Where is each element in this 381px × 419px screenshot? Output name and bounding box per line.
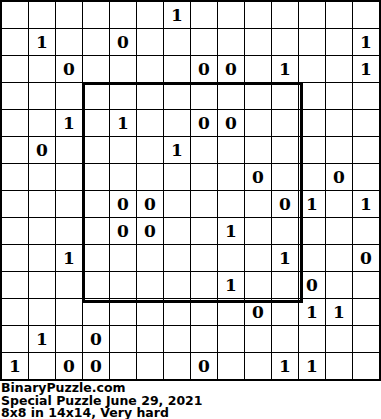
cell-r7c5[interactable] <box>110 164 136 190</box>
cell-r8c1[interactable] <box>2 191 28 217</box>
cell-r8c12: 1 <box>299 191 325 217</box>
cell-r6c6[interactable] <box>137 137 163 163</box>
cell-r12c1[interactable] <box>2 299 28 325</box>
cell-r14c8: 0 <box>191 353 217 379</box>
cell-r12c12: 1 <box>299 299 325 325</box>
cell-r11c4[interactable] <box>83 272 109 298</box>
cell-r4c7[interactable] <box>164 83 190 109</box>
cell-r4c5[interactable] <box>110 83 136 109</box>
cell-r4c12[interactable] <box>299 83 325 109</box>
cell-r8c10[interactable] <box>245 191 271 217</box>
cell-r13c5[interactable] <box>110 326 136 352</box>
cell-r13c4: 0 <box>83 326 109 352</box>
cell-r1c1[interactable] <box>2 2 28 28</box>
cell-r7c9[interactable] <box>218 164 244 190</box>
cell-r11c7[interactable] <box>164 272 190 298</box>
cell-r4c4[interactable] <box>83 83 109 109</box>
cell-r8c7[interactable] <box>164 191 190 217</box>
cell-r7c8[interactable] <box>191 164 217 190</box>
cell-r14c12: 1 <box>299 353 325 379</box>
puzzle-board: 1101000111100010000011001110100111010001… <box>0 0 381 381</box>
cell-r5c12[interactable] <box>299 110 325 136</box>
cell-r13c6[interactable] <box>137 326 163 352</box>
cell-r10c7[interactable] <box>164 245 190 271</box>
cell-r10c13[interactable] <box>326 245 352 271</box>
cell-r14c9[interactable] <box>218 353 244 379</box>
cell-r12c4[interactable] <box>83 299 109 325</box>
cell-r10c9[interactable] <box>218 245 244 271</box>
cell-r3c14: 1 <box>353 56 379 82</box>
cell-r6c8[interactable] <box>191 137 217 163</box>
cell-r5c11[interactable] <box>272 110 298 136</box>
cell-r6c9[interactable] <box>218 137 244 163</box>
cell-r1c9[interactable] <box>218 2 244 28</box>
cell-r14c13[interactable] <box>326 353 352 379</box>
cell-r11c9: 1 <box>218 272 244 298</box>
cell-r7c1[interactable] <box>2 164 28 190</box>
cell-r5c13[interactable] <box>326 110 352 136</box>
cell-r11c11[interactable] <box>272 272 298 298</box>
cell-r1c3[interactable] <box>56 2 82 28</box>
cell-r13c8[interactable] <box>191 326 217 352</box>
cell-r9c14[interactable] <box>353 218 379 244</box>
cell-r6c1[interactable] <box>2 137 28 163</box>
cell-r14c14[interactable] <box>353 353 379 379</box>
cell-r7c6[interactable] <box>137 164 163 190</box>
cell-r14c3: 0 <box>56 353 82 379</box>
cell-r2c1[interactable] <box>2 29 28 55</box>
cell-r4c2[interactable] <box>29 83 55 109</box>
cell-r12c7[interactable] <box>164 299 190 325</box>
cell-r8c11: 0 <box>272 191 298 217</box>
cell-r4c13[interactable] <box>326 83 352 109</box>
cell-r10c8[interactable] <box>191 245 217 271</box>
cell-r6c13[interactable] <box>326 137 352 163</box>
cell-r10c2[interactable] <box>29 245 55 271</box>
cell-r9c7[interactable] <box>164 218 190 244</box>
cell-r7c13: 0 <box>326 164 352 190</box>
cell-r3c11: 1 <box>272 56 298 82</box>
cell-r12c3[interactable] <box>56 299 82 325</box>
cell-r14c5[interactable] <box>110 353 136 379</box>
cell-r5c7[interactable] <box>164 110 190 136</box>
cell-r8c3[interactable] <box>56 191 82 217</box>
cell-r11c3[interactable] <box>56 272 82 298</box>
cell-r8c4[interactable] <box>83 191 109 217</box>
cell-r5c2[interactable] <box>29 110 55 136</box>
cell-r10c4[interactable] <box>83 245 109 271</box>
cell-r2c9[interactable] <box>218 29 244 55</box>
cell-r2c3[interactable] <box>56 29 82 55</box>
cell-r14c11: 1 <box>272 353 298 379</box>
cell-r10c1[interactable] <box>2 245 28 271</box>
cell-r1c13[interactable] <box>326 2 352 28</box>
cell-r14c6[interactable] <box>137 353 163 379</box>
cell-r13c13[interactable] <box>326 326 352 352</box>
cell-r12c2[interactable] <box>29 299 55 325</box>
cell-r9c1[interactable] <box>2 218 28 244</box>
cell-r6c2: 0 <box>29 137 55 163</box>
cell-r11c13[interactable] <box>326 272 352 298</box>
cell-r9c6: 0 <box>137 218 163 244</box>
cell-r11c14[interactable] <box>353 272 379 298</box>
cell-r9c2[interactable] <box>29 218 55 244</box>
cell-r3c1[interactable] <box>2 56 28 82</box>
cell-r7c12[interactable] <box>299 164 325 190</box>
cell-r14c4: 0 <box>83 353 109 379</box>
cell-r13c10[interactable] <box>245 326 271 352</box>
cell-r3c6[interactable] <box>137 56 163 82</box>
cell-r2c13[interactable] <box>326 29 352 55</box>
cell-r6c11[interactable] <box>272 137 298 163</box>
cell-r8c13[interactable] <box>326 191 352 217</box>
cell-r7c14[interactable] <box>353 164 379 190</box>
cell-r4c8[interactable] <box>191 83 217 109</box>
cell-r10c5[interactable] <box>110 245 136 271</box>
cell-r4c11[interactable] <box>272 83 298 109</box>
cell-r7c11[interactable] <box>272 164 298 190</box>
cell-r3c8: 0 <box>191 56 217 82</box>
cell-r4c1[interactable] <box>2 83 28 109</box>
cell-r4c10[interactable] <box>245 83 271 109</box>
cell-r8c9[interactable] <box>218 191 244 217</box>
cell-r2c12[interactable] <box>299 29 325 55</box>
cell-r9c10[interactable] <box>245 218 271 244</box>
cell-r3c10[interactable] <box>245 56 271 82</box>
cell-r3c12[interactable] <box>299 56 325 82</box>
cell-r11c1[interactable] <box>2 272 28 298</box>
cell-r6c4[interactable] <box>83 137 109 163</box>
cell-r5c4[interactable] <box>83 110 109 136</box>
cell-r13c1[interactable] <box>2 326 28 352</box>
cell-r2c10[interactable] <box>245 29 271 55</box>
cell-r5c9: 0 <box>218 110 244 136</box>
cell-r10c6[interactable] <box>137 245 163 271</box>
cell-r9c4[interactable] <box>83 218 109 244</box>
cell-r1c11[interactable] <box>272 2 298 28</box>
cell-r7c10: 0 <box>245 164 271 190</box>
cell-r5c6[interactable] <box>137 110 163 136</box>
cell-r5c8: 0 <box>191 110 217 136</box>
cell-r4c6[interactable] <box>137 83 163 109</box>
cell-r8c2[interactable] <box>29 191 55 217</box>
cell-r1c5[interactable] <box>110 2 136 28</box>
cell-r9c13[interactable] <box>326 218 352 244</box>
cell-r11c12: 0 <box>299 272 325 298</box>
cell-r14c2[interactable] <box>29 353 55 379</box>
cell-r1c14[interactable] <box>353 2 379 28</box>
cell-r9c5: 0 <box>110 218 136 244</box>
cell-r9c3[interactable] <box>56 218 82 244</box>
cell-r14c1: 1 <box>2 353 28 379</box>
cell-r2c14: 1 <box>353 29 379 55</box>
cell-r3c2[interactable] <box>29 56 55 82</box>
cell-r4c9[interactable] <box>218 83 244 109</box>
cell-r1c10[interactable] <box>245 2 271 28</box>
cell-r7c4[interactable] <box>83 164 109 190</box>
cell-r7c7[interactable] <box>164 164 190 190</box>
cell-r5c10[interactable] <box>245 110 271 136</box>
cell-r11c5[interactable] <box>110 272 136 298</box>
cell-r11c2[interactable] <box>29 272 55 298</box>
cell-r13c7[interactable] <box>164 326 190 352</box>
cell-r1c7: 1 <box>164 2 190 28</box>
cell-r1c2[interactable] <box>29 2 55 28</box>
cell-r6c14[interactable] <box>353 137 379 163</box>
cell-r6c3[interactable] <box>56 137 82 163</box>
cell-r13c11[interactable] <box>272 326 298 352</box>
cell-r12c11[interactable] <box>272 299 298 325</box>
cell-r14c7[interactable] <box>164 353 190 379</box>
cell-r2c8[interactable] <box>191 29 217 55</box>
cell-r4c3[interactable] <box>56 83 82 109</box>
cell-r8c14: 1 <box>353 191 379 217</box>
cell-r13c12[interactable] <box>299 326 325 352</box>
cell-r12c13: 1 <box>326 299 352 325</box>
puzzle-info: 8x8 in 14x14, Very hard <box>1 407 381 419</box>
cell-r1c4[interactable] <box>83 2 109 28</box>
cell-r1c6[interactable] <box>137 2 163 28</box>
cell-r1c12[interactable] <box>299 2 325 28</box>
puzzle-page: 1101000111100010000011001110100111010001… <box>0 0 381 419</box>
cell-r5c1[interactable] <box>2 110 28 136</box>
cell-r11c8[interactable] <box>191 272 217 298</box>
cell-r3c3: 0 <box>56 56 82 82</box>
cell-r2c6[interactable] <box>137 29 163 55</box>
cell-r11c6[interactable] <box>137 272 163 298</box>
cell-r2c7[interactable] <box>164 29 190 55</box>
cell-r2c5: 0 <box>110 29 136 55</box>
cell-r12c6[interactable] <box>137 299 163 325</box>
cell-r11c10[interactable] <box>245 272 271 298</box>
cell-r13c14[interactable] <box>353 326 379 352</box>
cell-r12c9[interactable] <box>218 299 244 325</box>
cell-r13c3[interactable] <box>56 326 82 352</box>
cell-r10c3: 1 <box>56 245 82 271</box>
cell-r6c5[interactable] <box>110 137 136 163</box>
cell-r5c5: 1 <box>110 110 136 136</box>
cell-r1c8[interactable] <box>191 2 217 28</box>
cell-r12c14[interactable] <box>353 299 379 325</box>
cell-r6c12[interactable] <box>299 137 325 163</box>
cell-r10c10[interactable] <box>245 245 271 271</box>
cell-r7c3[interactable] <box>56 164 82 190</box>
cell-r14c10[interactable] <box>245 353 271 379</box>
cell-r3c13[interactable] <box>326 56 352 82</box>
cell-r3c7[interactable] <box>164 56 190 82</box>
cell-r3c4[interactable] <box>83 56 109 82</box>
cell-r5c3: 1 <box>56 110 82 136</box>
cell-r5c14[interactable] <box>353 110 379 136</box>
cell-r9c8[interactable] <box>191 218 217 244</box>
cell-r6c10[interactable] <box>245 137 271 163</box>
cell-r13c2: 1 <box>29 326 55 352</box>
cell-r8c8[interactable] <box>191 191 217 217</box>
cell-r2c4[interactable] <box>83 29 109 55</box>
cell-r8c5: 0 <box>110 191 136 217</box>
cell-r6c7: 1 <box>164 137 190 163</box>
cell-r10c11: 1 <box>272 245 298 271</box>
cell-r10c12[interactable] <box>299 245 325 271</box>
cell-r9c12[interactable] <box>299 218 325 244</box>
cell-r3c5[interactable] <box>110 56 136 82</box>
puzzle-caption: BinaryPuzzle.com Special Puzzle June 29,… <box>0 381 381 419</box>
cell-r3c9: 0 <box>218 56 244 82</box>
cell-r4c14[interactable] <box>353 83 379 109</box>
cell-r2c2: 1 <box>29 29 55 55</box>
cell-r8c6: 0 <box>137 191 163 217</box>
cell-r7c2[interactable] <box>29 164 55 190</box>
cell-r13c9[interactable] <box>218 326 244 352</box>
cell-r2c11[interactable] <box>272 29 298 55</box>
cell-r9c9: 1 <box>218 218 244 244</box>
cell-r12c5[interactable] <box>110 299 136 325</box>
cell-r12c8[interactable] <box>191 299 217 325</box>
cell-r10c14: 0 <box>353 245 379 271</box>
cell-r12c10: 0 <box>245 299 271 325</box>
cell-r9c11[interactable] <box>272 218 298 244</box>
